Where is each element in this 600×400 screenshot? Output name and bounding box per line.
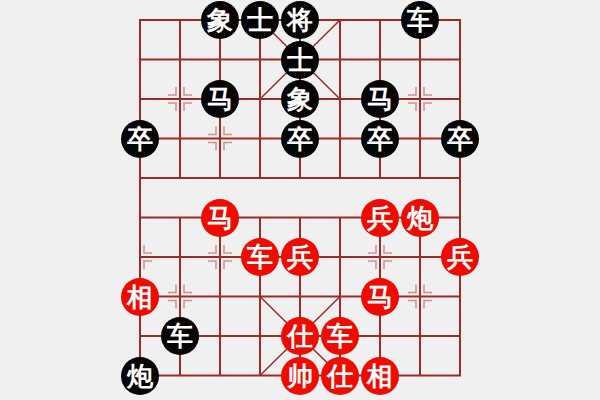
piece-red-pawn[interactable]: 兵 (281, 238, 319, 276)
piece-black-chariot[interactable]: 车 (401, 1, 439, 39)
piece-red-advisor[interactable]: 仕 (321, 357, 359, 395)
piece-red-elephant[interactable]: 相 (121, 278, 159, 316)
piece-black-elephant[interactable]: 象 (201, 1, 239, 39)
xiangqi-board: 象士将车士马象马卒卒卒卒马兵炮车兵兵相马车仕车炮帅仕相 (0, 0, 600, 400)
piece-red-horse[interactable]: 马 (361, 278, 399, 316)
pieces-grid: 象士将车士马象马卒卒卒卒马兵炮车兵兵相马车仕车炮帅仕相 (120, 0, 480, 395)
piece-red-pawn[interactable]: 兵 (441, 238, 479, 276)
piece-red-pawn[interactable]: 兵 (361, 199, 399, 237)
piece-red-chariot[interactable]: 车 (321, 317, 359, 355)
piece-black-pawn[interactable]: 卒 (361, 120, 399, 158)
piece-black-advisor[interactable]: 士 (241, 1, 279, 39)
piece-black-horse[interactable]: 马 (201, 80, 239, 118)
piece-red-horse[interactable]: 马 (201, 199, 239, 237)
piece-black-advisor[interactable]: 士 (281, 41, 319, 79)
piece-black-cannon[interactable]: 炮 (121, 357, 159, 395)
piece-red-cannon[interactable]: 炮 (401, 199, 439, 237)
piece-red-general[interactable]: 帅 (281, 357, 319, 395)
piece-red-chariot[interactable]: 车 (241, 238, 279, 276)
piece-black-general[interactable]: 将 (281, 1, 319, 39)
piece-black-elephant[interactable]: 象 (281, 80, 319, 118)
piece-black-pawn[interactable]: 卒 (441, 120, 479, 158)
piece-black-pawn[interactable]: 卒 (121, 120, 159, 158)
piece-red-elephant[interactable]: 相 (361, 357, 399, 395)
piece-black-horse[interactable]: 马 (361, 80, 399, 118)
piece-red-advisor[interactable]: 仕 (281, 317, 319, 355)
piece-black-chariot[interactable]: 车 (161, 317, 199, 355)
piece-black-pawn[interactable]: 卒 (281, 120, 319, 158)
